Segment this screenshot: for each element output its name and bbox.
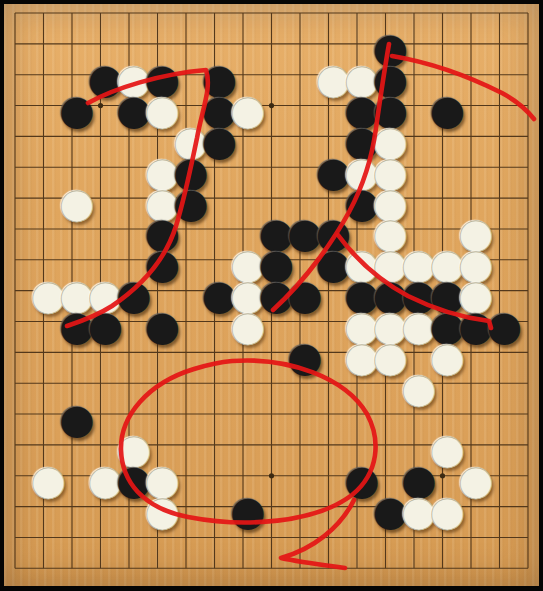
red-top-flag-stroke <box>392 56 534 119</box>
red-seven-sweep-topleft <box>67 70 208 326</box>
annotation-overlay <box>4 4 539 586</box>
go-board: ●●●●●●●●●●●●●●●●●●●●●●●●●●●●●●●●●●●●●●●●… <box>4 4 539 586</box>
video-frame: ●●●●●●●●●●●●●●●●●●●●●●●●●●●●●●●●●●●●●●●●… <box>0 0 543 591</box>
red-right-leg-branch <box>338 235 491 328</box>
red-territory-loop-bottom <box>121 360 376 522</box>
